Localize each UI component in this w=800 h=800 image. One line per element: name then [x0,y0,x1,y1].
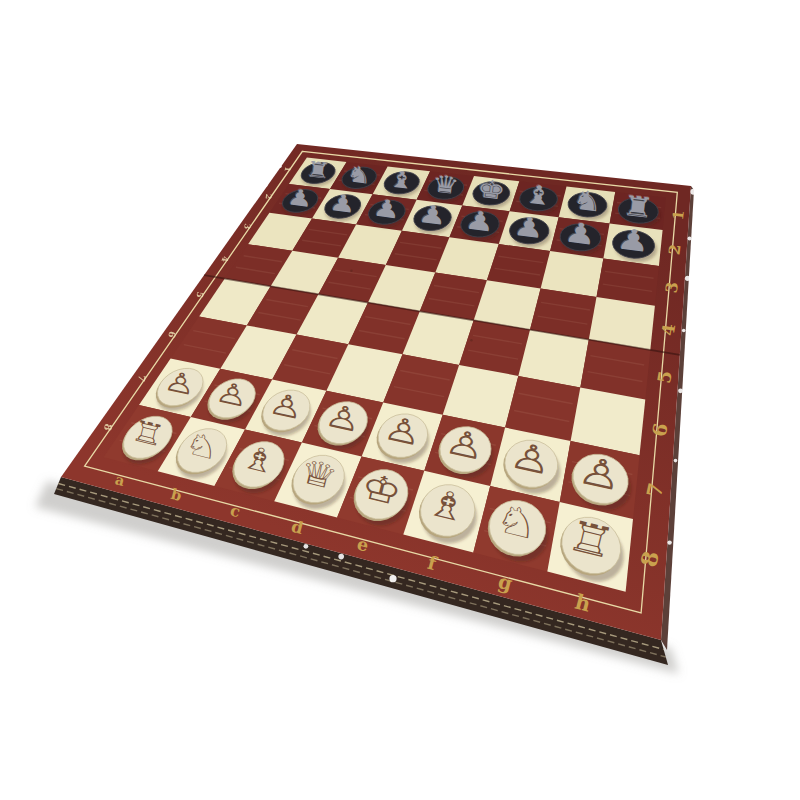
piece-black-bishop-f1[interactable]: ♝♝ [520,178,559,214]
dust-speck [350,270,352,272]
rank-label-left-1: 1 [283,166,293,172]
rank-label-left-2: 2 [264,193,274,200]
piece-glyph-knight: ♞ [345,160,373,189]
piece-glyph-knight: ♞ [570,184,604,218]
edge-chip [304,544,309,549]
piece-glyph-pawn: ♙ [162,364,200,401]
piece-glyph-pawn: ♟ [286,183,315,212]
edge-chip [678,388,683,393]
piece-glyph-pawn: ♟ [615,221,652,259]
edge-chip [674,459,678,463]
dust-speck [470,339,472,341]
piece-black-pawn-f2[interactable]: ♟♟ [510,209,551,248]
piece-black-bishop-c1[interactable]: ♝♝ [384,164,420,197]
piece-black-knight-b1[interactable]: ♞♞ [342,159,377,191]
side-edge-gap [389,575,396,582]
piece-glyph-pawn: ♟ [328,188,358,218]
piece-black-pawn-b2[interactable]: ♟♟ [325,187,361,221]
piece-black-pawn-g2[interactable]: ♟♟ [560,214,602,254]
edge-chip [690,189,696,195]
edge-chip [338,554,344,560]
piece-glyph-pawn: ♟ [562,215,598,252]
edge-chip [265,184,268,187]
piece-glyph-pawn: ♙ [506,433,556,484]
edge-chip [682,329,686,333]
piece-black-king-e1[interactable]: ♚♚ [473,173,511,208]
chessboard-photo: 1122334455667788abcdefgh♜♜♞♞♝♝♛♛♚♚♝♝♞♞♜♜… [0,0,800,800]
piece-glyph-pawn: ♟ [371,193,402,225]
piece-glyph-pawn: ♙ [212,374,252,414]
piece-glyph-bishop: ♝ [522,179,555,212]
piece-glyph-rook: ♜ [621,189,656,224]
piece-glyph-pawn: ♙ [442,420,490,468]
piece-black-pawn-d2[interactable]: ♟♟ [414,197,453,234]
piece-glyph-pawn: ♟ [463,204,496,238]
piece-glyph-pawn: ♙ [574,447,627,500]
piece-glyph-bishop: ♝ [387,165,417,195]
photo-background: 1122334455667788abcdefgh♜♜♞♞♝♝♛♛♚♚♝♝♞♞♜♜… [0,0,800,800]
rank-label-right-1: 1 [669,209,687,221]
edge-chip [685,276,690,281]
piece-glyph-pawn: ♟ [416,198,448,231]
piece-black-queen-d1[interactable]: ♛♛ [428,169,465,202]
piece-black-pawn-e2[interactable]: ♟♟ [461,203,501,241]
edge-chip [279,165,282,168]
piece-black-pawn-c2[interactable]: ♟♟ [369,192,406,228]
edge-chip [667,540,671,544]
piece-glyph-rook: ♜ [304,156,332,184]
piece-glyph-king: ♚ [475,174,507,206]
piece-glyph-pawn: ♙ [266,385,307,426]
piece-glyph-pawn: ♙ [380,408,425,454]
piece-glyph-queen: ♛ [430,170,460,200]
piece-glyph-pawn: ♙ [322,396,365,440]
edge-chip [688,237,692,241]
piece-glyph-pawn: ♟ [512,210,547,245]
